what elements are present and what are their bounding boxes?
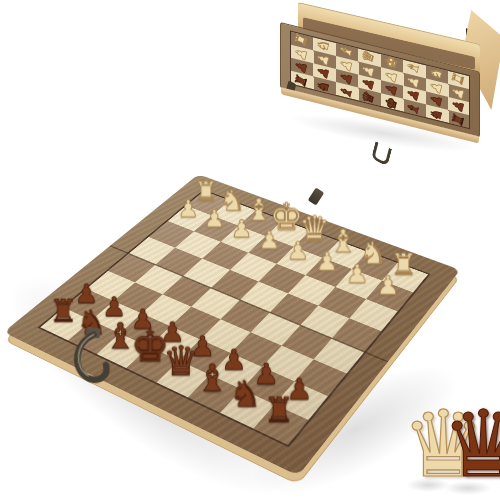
folded-chess-set: ♜♞♝♛♚♝♞♜♟♟♟♟♟♟♟♟♟♟♟♟♟♟♟♟♜♞♝♛♚♝♞♜ (268, 0, 500, 200)
extra-white-queen: ♛ (402, 401, 484, 488)
clasp-hook-icon (60, 322, 125, 395)
extra-black-queen: ♛ (442, 401, 500, 488)
chess-piece-black: ♜ (254, 393, 304, 427)
chess-piece-black: ♟ (275, 374, 324, 403)
main-chess-board: ♜♞♝♚♛♝♞♜♟♟♟♟♟♟♟♟♟♟♟♟♟♟♟♟♜♞♝♚♛♝♞♜ (3, 174, 460, 476)
chess-piece-black: ♟ (179, 331, 226, 359)
chess-piece-black: ♟ (210, 345, 258, 373)
chess-piece-black: ♟ (149, 318, 195, 345)
chess-piece-black: ♝ (188, 359, 237, 396)
hinge-knob (286, 80, 297, 95)
chess-piece-black: ♚ (126, 324, 173, 367)
chess-set-product-photo: ♜♞♝♚♛♝♞♜♟♟♟♟♟♟♟♟♟♟♟♟♟♟♟♟♜♞♝♚♛♝♞♜ ♜♞♝♛♚♝♞… (0, 0, 500, 500)
chess-piece-black: ♟ (242, 359, 290, 388)
chess-piece-black: ♟ (120, 305, 166, 332)
chess-piece-black: ♞ (220, 375, 270, 411)
folded-clasp-hook (371, 141, 392, 167)
extra-queens: ♛♛ (404, 392, 500, 492)
chess-piece-black: ♛ (157, 341, 205, 381)
